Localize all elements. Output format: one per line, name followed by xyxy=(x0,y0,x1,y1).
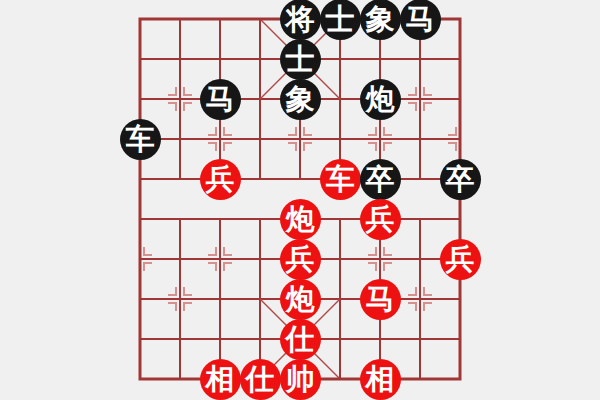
piece-black-soldier[interactable]: 卒 xyxy=(440,159,481,200)
xiangqi-board: 将士象马士马象炮车兵车卒卒炮兵兵兵炮马仕相仕帅相 xyxy=(120,0,480,399)
point-f6-r2[interactable]: 炮 xyxy=(360,79,400,119)
point-f6-r8[interactable] xyxy=(360,319,400,359)
piece-red-elephant[interactable]: 相 xyxy=(360,359,401,400)
piece-red-elephant[interactable]: 相 xyxy=(200,359,241,400)
point-f5-r1[interactable] xyxy=(320,39,360,79)
point-f8-r2[interactable] xyxy=(440,79,480,119)
point-f1-r3[interactable] xyxy=(160,119,200,159)
piece-red-soldier[interactable]: 兵 xyxy=(280,239,321,280)
point-f4-r4[interactable] xyxy=(280,159,320,199)
point-f5-r0[interactable]: 士 xyxy=(320,0,360,39)
point-f5-r3[interactable] xyxy=(320,119,360,159)
point-f6-r9[interactable]: 相 xyxy=(360,359,400,399)
point-f1-r9[interactable] xyxy=(160,359,200,399)
point-f2-r7[interactable] xyxy=(200,279,240,319)
point-f4-r1[interactable]: 士 xyxy=(280,39,320,79)
point-f2-r6[interactable] xyxy=(200,239,240,279)
point-f7-r7[interactable] xyxy=(400,279,440,319)
point-f0-r9[interactable] xyxy=(120,359,160,399)
point-f4-r2[interactable]: 象 xyxy=(280,79,320,119)
piece-black-horse[interactable]: 马 xyxy=(400,0,441,40)
point-f8-r8[interactable] xyxy=(440,319,480,359)
point-f1-r5[interactable] xyxy=(160,199,200,239)
point-f6-r0[interactable]: 象 xyxy=(360,0,400,39)
piece-red-cannon[interactable]: 炮 xyxy=(280,279,321,320)
piece-black-cannon[interactable]: 炮 xyxy=(360,79,401,120)
point-f4-r8[interactable]: 仕 xyxy=(280,319,320,359)
point-f6-r6[interactable] xyxy=(360,239,400,279)
point-f7-r3[interactable] xyxy=(400,119,440,159)
point-f5-r4[interactable]: 车 xyxy=(320,159,360,199)
point-f7-r9[interactable] xyxy=(400,359,440,399)
piece-black-horse[interactable]: 马 xyxy=(200,79,241,120)
point-f5-r6[interactable] xyxy=(320,239,360,279)
point-f0-r4[interactable] xyxy=(120,159,160,199)
piece-red-advisor[interactable]: 仕 xyxy=(280,319,321,360)
point-f1-r8[interactable] xyxy=(160,319,200,359)
point-f8-r7[interactable] xyxy=(440,279,480,319)
piece-black-advisor[interactable]: 士 xyxy=(280,39,321,80)
point-f6-r3[interactable] xyxy=(360,119,400,159)
xiangqi-board-screenshot: 将士象马士马象炮车兵车卒卒炮兵兵兵炮马仕相仕帅相 xyxy=(0,0,600,400)
point-f8-r5[interactable] xyxy=(440,199,480,239)
point-f4-r7[interactable]: 炮 xyxy=(280,279,320,319)
point-f1-r4[interactable] xyxy=(160,159,200,199)
point-f3-r8[interactable] xyxy=(240,319,280,359)
point-f6-r5[interactable]: 兵 xyxy=(360,199,400,239)
point-f2-r1[interactable] xyxy=(200,39,240,79)
point-f3-r6[interactable] xyxy=(240,239,280,279)
point-f7-r2[interactable] xyxy=(400,79,440,119)
point-f7-r4[interactable] xyxy=(400,159,440,199)
point-f5-r2[interactable] xyxy=(320,79,360,119)
point-f3-r1[interactable] xyxy=(240,39,280,79)
point-f8-r9[interactable] xyxy=(440,359,480,399)
piece-red-horse[interactable]: 马 xyxy=(360,279,401,320)
point-f1-r6[interactable] xyxy=(160,239,200,279)
piece-black-elephant[interactable]: 象 xyxy=(280,79,321,120)
point-f0-r6[interactable] xyxy=(120,239,160,279)
point-f0-r5[interactable] xyxy=(120,199,160,239)
point-f8-r4[interactable]: 卒 xyxy=(440,159,480,199)
point-f4-r6[interactable]: 兵 xyxy=(280,239,320,279)
point-f2-r5[interactable] xyxy=(200,199,240,239)
point-f0-r1[interactable] xyxy=(120,39,160,79)
piece-red-advisor[interactable]: 仕 xyxy=(240,359,281,400)
piece-red-general[interactable]: 帅 xyxy=(280,359,321,400)
point-f2-r3[interactable] xyxy=(200,119,240,159)
piece-red-cannon[interactable]: 炮 xyxy=(280,199,321,240)
point-f1-r7[interactable] xyxy=(160,279,200,319)
piece-red-soldier[interactable]: 兵 xyxy=(440,239,481,280)
point-f0-r8[interactable] xyxy=(120,319,160,359)
point-f3-r3[interactable] xyxy=(240,119,280,159)
point-f0-r3[interactable]: 车 xyxy=(120,119,160,159)
point-f1-r0[interactable] xyxy=(160,0,200,39)
point-f3-r4[interactable] xyxy=(240,159,280,199)
point-f7-r1[interactable] xyxy=(400,39,440,79)
point-f4-r9[interactable]: 帅 xyxy=(280,359,320,399)
point-f5-r5[interactable] xyxy=(320,199,360,239)
point-f2-r4[interactable]: 兵 xyxy=(200,159,240,199)
point-f8-r1[interactable] xyxy=(440,39,480,79)
point-f4-r0[interactable]: 将 xyxy=(280,0,320,39)
point-f8-r3[interactable] xyxy=(440,119,480,159)
piece-black-chariot[interactable]: 车 xyxy=(120,119,161,160)
point-f7-r5[interactable] xyxy=(400,199,440,239)
piece-black-elephant[interactable]: 象 xyxy=(360,0,401,40)
point-f5-r7[interactable] xyxy=(320,279,360,319)
piece-black-soldier[interactable]: 卒 xyxy=(360,159,401,200)
point-f0-r7[interactable] xyxy=(120,279,160,319)
point-f3-r2[interactable] xyxy=(240,79,280,119)
point-f1-r1[interactable] xyxy=(160,39,200,79)
point-f0-r2[interactable] xyxy=(120,79,160,119)
point-f6-r7[interactable]: 马 xyxy=(360,279,400,319)
piece-black-general[interactable]: 将 xyxy=(280,0,321,40)
point-f5-r8[interactable] xyxy=(320,319,360,359)
point-f0-r0[interactable] xyxy=(120,0,160,39)
point-f7-r6[interactable] xyxy=(400,239,440,279)
point-f2-r2[interactable]: 马 xyxy=(200,79,240,119)
point-f8-r0[interactable] xyxy=(440,0,480,39)
point-f8-r6[interactable]: 兵 xyxy=(440,239,480,279)
point-f6-r1[interactable] xyxy=(360,39,400,79)
point-f2-r0[interactable] xyxy=(200,0,240,39)
point-f4-r5[interactable]: 炮 xyxy=(280,199,320,239)
piece-red-chariot[interactable]: 车 xyxy=(320,159,361,200)
point-f1-r2[interactable] xyxy=(160,79,200,119)
point-f2-r8[interactable] xyxy=(200,319,240,359)
point-f3-r9[interactable]: 仕 xyxy=(240,359,280,399)
piece-red-soldier[interactable]: 兵 xyxy=(360,199,401,240)
point-f4-r3[interactable] xyxy=(280,119,320,159)
point-f3-r5[interactable] xyxy=(240,199,280,239)
point-f3-r7[interactable] xyxy=(240,279,280,319)
point-f5-r9[interactable] xyxy=(320,359,360,399)
point-f6-r4[interactable]: 卒 xyxy=(360,159,400,199)
piece-red-soldier[interactable]: 兵 xyxy=(200,159,241,200)
piece-black-advisor[interactable]: 士 xyxy=(320,0,361,40)
point-f7-r8[interactable] xyxy=(400,319,440,359)
point-f3-r0[interactable] xyxy=(240,0,280,39)
point-f2-r9[interactable]: 相 xyxy=(200,359,240,399)
point-f7-r0[interactable]: 马 xyxy=(400,0,440,39)
